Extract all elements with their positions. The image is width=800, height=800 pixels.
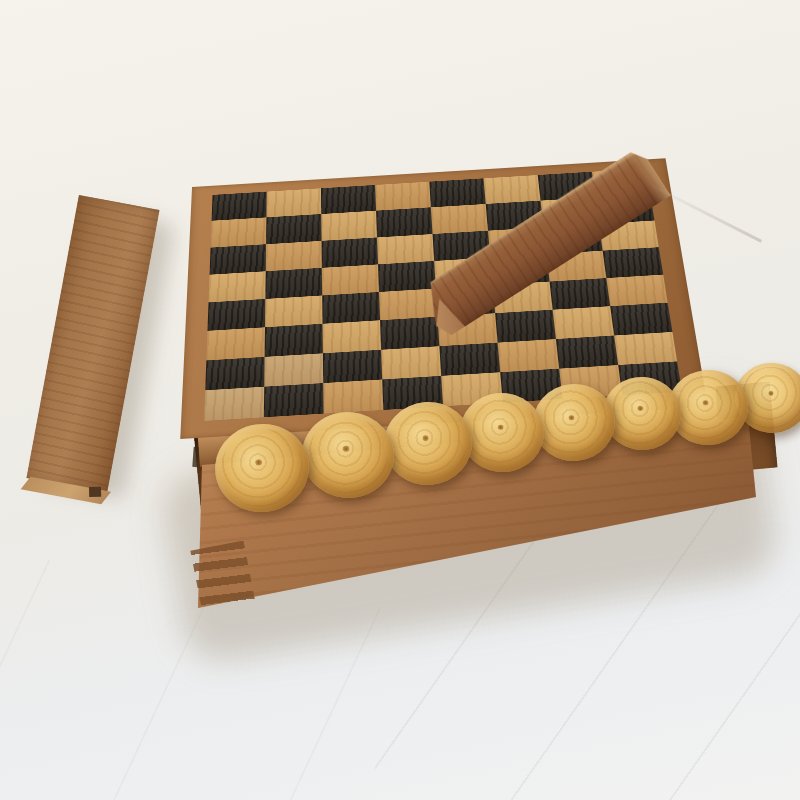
board-square[interactable] — [381, 346, 441, 379]
board-square[interactable] — [209, 271, 266, 302]
board-square[interactable] — [322, 237, 378, 267]
board-square[interactable] — [266, 214, 321, 244]
board-square[interactable] — [553, 306, 614, 338]
board-square[interactable] — [376, 207, 432, 237]
board-square[interactable] — [265, 295, 323, 327]
board-square[interactable] — [429, 178, 485, 207]
board-square[interactable] — [323, 379, 383, 413]
board-square[interactable] — [205, 357, 264, 391]
board-square[interactable] — [323, 320, 382, 353]
piece-center-pip — [703, 399, 709, 405]
board-square[interactable] — [378, 261, 436, 292]
board-square[interactable] — [212, 192, 267, 221]
board-square[interactable] — [264, 383, 324, 417]
board-square[interactable] — [603, 247, 664, 278]
board-square[interactable] — [210, 244, 266, 275]
board-square[interactable] — [380, 317, 439, 350]
board-square[interactable] — [321, 211, 377, 241]
slat-chip-mark — [89, 487, 101, 497]
board-square[interactable] — [211, 217, 267, 247]
board-square[interactable] — [606, 275, 667, 307]
piece-center-pip — [568, 414, 574, 420]
piece-turning-rings — [535, 385, 614, 460]
board-square[interactable] — [266, 241, 322, 272]
photo-stage — [0, 0, 800, 800]
piece-turning-rings — [304, 414, 391, 496]
board-square[interactable] — [610, 303, 672, 335]
board-square[interactable] — [379, 289, 438, 321]
board-square[interactable] — [265, 324, 323, 357]
piece-turning-rings — [670, 371, 746, 443]
board-square[interactable] — [484, 175, 541, 204]
board-square[interactable] — [375, 182, 431, 211]
board-square[interactable] — [439, 342, 500, 375]
piece-center-pip — [768, 391, 774, 396]
piece-turning-rings — [606, 379, 679, 448]
board-square[interactable] — [323, 349, 382, 382]
board-square[interactable] — [431, 204, 488, 234]
board-square[interactable] — [204, 387, 264, 421]
piece-turning-rings — [387, 404, 469, 482]
board-square[interactable] — [322, 264, 379, 295]
board-square[interactable] — [498, 339, 560, 372]
piece-center-pip — [637, 405, 643, 410]
board-square[interactable] — [266, 188, 321, 217]
board-square[interactable] — [207, 299, 265, 331]
piece-center-pip — [497, 424, 504, 430]
board-square[interactable] — [377, 234, 434, 264]
piece-turning-rings — [216, 424, 309, 512]
board-square[interactable] — [264, 353, 323, 386]
board-square[interactable] — [614, 332, 677, 365]
board-square[interactable] — [206, 327, 265, 360]
piece-center-pip — [422, 435, 429, 441]
board-square[interactable] — [550, 278, 611, 310]
board-square[interactable] — [265, 268, 322, 299]
board-square[interactable] — [556, 335, 618, 368]
board-square[interactable] — [495, 310, 556, 343]
board-square[interactable] — [321, 185, 376, 214]
board-square[interactable] — [322, 292, 380, 324]
piece-turning-rings — [461, 393, 543, 471]
